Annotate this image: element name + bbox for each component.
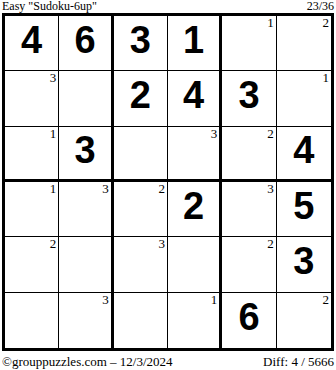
- puzzle-title: Easy "Sudoku-6up": [2, 0, 97, 12]
- given-digit: 2: [130, 76, 151, 120]
- page-header: Easy "Sudoku-6up" 23/36: [2, 0, 334, 13]
- given-digit: 4: [293, 131, 314, 175]
- cell-r4c1[interactable]: 1: [5, 182, 59, 237]
- cell-r6c6[interactable]: 2: [277, 293, 331, 348]
- cell-r3c2[interactable]: 3: [59, 127, 113, 182]
- corner-mark: 2: [158, 182, 165, 196]
- page-footer: ©grouppuzzles.com – 12/3/2024 Diff: 4 / …: [2, 354, 334, 369]
- cell-r2c1[interactable]: 3: [5, 71, 59, 126]
- given-digit: 2: [183, 187, 204, 231]
- cell-r6c4[interactable]: 1: [168, 293, 222, 348]
- given-digit: 3: [130, 21, 151, 65]
- copyright-date: ©grouppuzzles.com – 12/3/2024: [2, 355, 173, 369]
- cell-r6c5[interactable]: 6: [222, 293, 276, 348]
- given-digit: 3: [74, 131, 95, 175]
- given-digit: 3: [238, 76, 259, 120]
- corner-mark: 3: [211, 127, 218, 141]
- given-digit: 5: [293, 187, 314, 231]
- given-digit: 6: [74, 21, 95, 65]
- cell-r5c3[interactable]: 3: [114, 237, 168, 292]
- cell-r3c4[interactable]: 3: [168, 127, 222, 182]
- puzzle-page: Easy "Sudoku-6up" 23/36 4631123243113324…: [0, 0, 336, 370]
- given-digit: 3: [293, 242, 314, 286]
- given-digit: 4: [21, 21, 42, 65]
- cell-r1c2[interactable]: 6: [59, 16, 113, 71]
- cell-r2c3[interactable]: 2: [114, 71, 168, 126]
- cell-r5c4[interactable]: [168, 237, 222, 292]
- sudoku-board: 463112324311332413223523233162: [2, 13, 334, 351]
- cell-r3c6[interactable]: 4: [277, 127, 331, 182]
- corner-mark: 3: [102, 293, 109, 307]
- corner-mark: 2: [267, 237, 274, 251]
- given-digit: 6: [238, 298, 259, 342]
- cell-r2c4[interactable]: 4: [168, 71, 222, 126]
- corner-mark: 1: [50, 182, 57, 196]
- empty-cell-counter: 23/36: [307, 0, 334, 12]
- cell-r2c6[interactable]: 1: [277, 71, 331, 126]
- corner-mark: 2: [267, 127, 274, 141]
- cell-r1c4[interactable]: 1: [168, 16, 222, 71]
- difficulty-label: Diff: 4 / 5666: [263, 355, 334, 369]
- cell-r5c5[interactable]: 2: [222, 237, 276, 292]
- corner-mark: 1: [322, 71, 329, 85]
- cell-r1c6[interactable]: 2: [277, 16, 331, 71]
- corner-mark: 1: [211, 293, 218, 307]
- cell-r3c3[interactable]: [114, 127, 168, 182]
- cell-r1c5[interactable]: 1: [222, 16, 276, 71]
- given-digit: 4: [183, 76, 204, 120]
- corner-mark: 3: [158, 237, 165, 251]
- cell-r6c1[interactable]: [5, 293, 59, 348]
- cell-r2c2[interactable]: [59, 71, 113, 126]
- corner-mark: 3: [50, 71, 57, 85]
- cell-r4c5[interactable]: 3: [222, 182, 276, 237]
- corner-mark: 3: [267, 182, 274, 196]
- cell-r6c2[interactable]: 3: [59, 293, 113, 348]
- corner-mark: 2: [322, 16, 329, 30]
- cell-r5c2[interactable]: [59, 237, 113, 292]
- corner-mark: 3: [102, 182, 109, 196]
- corner-mark: 2: [322, 293, 329, 307]
- cell-r1c3[interactable]: 3: [114, 16, 168, 71]
- corner-mark: 1: [267, 16, 274, 30]
- cell-r5c6[interactable]: 3: [277, 237, 331, 292]
- cell-r2c5[interactable]: 3: [222, 71, 276, 126]
- given-digit: 1: [183, 21, 204, 65]
- corner-mark: 2: [50, 237, 57, 251]
- corner-mark: 1: [50, 127, 57, 141]
- cell-r3c5[interactable]: 2: [222, 127, 276, 182]
- cell-r4c3[interactable]: 2: [114, 182, 168, 237]
- cell-r4c4[interactable]: 2: [168, 182, 222, 237]
- cell-r3c1[interactable]: 1: [5, 127, 59, 182]
- cell-r4c6[interactable]: 5: [277, 182, 331, 237]
- cell-r5c1[interactable]: 2: [5, 237, 59, 292]
- cell-r1c1[interactable]: 4: [5, 16, 59, 71]
- cell-r6c3[interactable]: [114, 293, 168, 348]
- cell-r4c2[interactable]: 3: [59, 182, 113, 237]
